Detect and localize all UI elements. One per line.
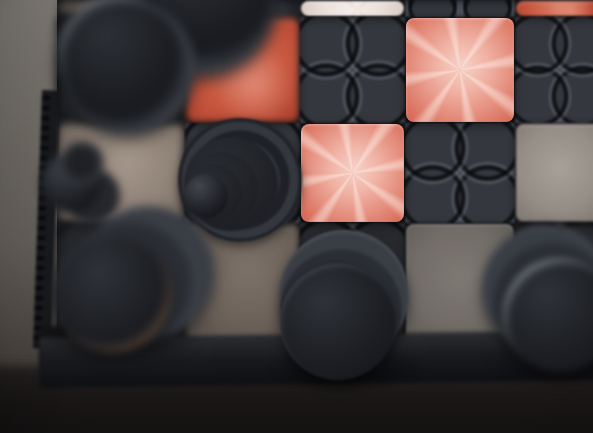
chess-scene: Overhead 3D render of a designer chess s…	[0, 0, 593, 433]
pawn-collar	[60, 141, 104, 185]
bishop-ball	[184, 174, 228, 218]
cylinder-top	[53, 234, 171, 352]
cylinder-top	[58, 0, 178, 116]
pieces-layer	[0, 0, 593, 433]
cylinder-top	[280, 264, 396, 380]
